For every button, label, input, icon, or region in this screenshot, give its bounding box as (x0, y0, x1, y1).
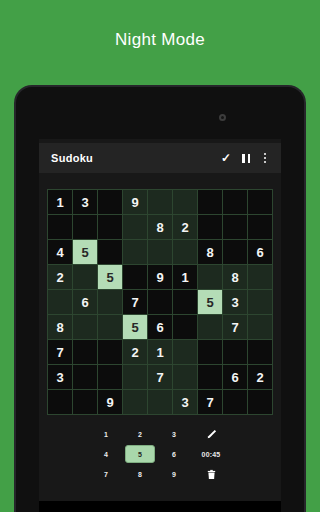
screen-bottom-bar (39, 501, 281, 512)
cell-r8c9[interactable]: 2 (248, 365, 272, 389)
app-bar: Sudoku ✓ (39, 143, 281, 173)
cell-r7c6[interactable] (173, 340, 197, 364)
cell-r8c6[interactable] (173, 365, 197, 389)
cell-r9c9[interactable] (248, 390, 272, 414)
cell-r7c2[interactable] (73, 340, 97, 364)
numpad-1[interactable]: 1 (91, 425, 121, 443)
cell-r7c5[interactable]: 1 (148, 340, 172, 364)
cell-r9c5[interactable] (148, 390, 172, 414)
cell-r6c9[interactable] (248, 315, 272, 339)
page-title: Night Mode (0, 30, 320, 50)
cell-r2c5[interactable]: 8 (148, 215, 172, 239)
cell-r1c2[interactable]: 3 (73, 190, 97, 214)
cell-r6c4[interactable]: 5 (123, 315, 147, 339)
cell-r7c4[interactable]: 2 (123, 340, 147, 364)
cell-r4c1[interactable]: 2 (48, 265, 72, 289)
cell-r3c2[interactable]: 5 (73, 240, 97, 264)
cell-r8c7[interactable] (198, 365, 222, 389)
cell-r3c1[interactable]: 4 (48, 240, 72, 264)
cell-r1c3[interactable] (98, 190, 122, 214)
cell-r3c6[interactable] (173, 240, 197, 264)
cell-r6c1[interactable]: 8 (48, 315, 72, 339)
cell-r5c2[interactable]: 6 (73, 290, 97, 314)
cell-r2c7[interactable] (198, 215, 222, 239)
cell-r4c4[interactable] (123, 265, 147, 289)
cell-r6c2[interactable] (73, 315, 97, 339)
numpad-3[interactable]: 3 (159, 425, 189, 443)
cell-r6c5[interactable]: 6 (148, 315, 172, 339)
cell-r9c4[interactable] (123, 390, 147, 414)
cell-r8c4[interactable] (123, 365, 147, 389)
cell-r4c6[interactable]: 1 (173, 265, 197, 289)
cell-r2c9[interactable] (248, 215, 272, 239)
numpad-7[interactable]: 7 (91, 465, 121, 483)
cell-r9c7[interactable]: 7 (198, 390, 222, 414)
cell-r5c6[interactable] (173, 290, 197, 314)
sudoku-board: 13982458625918675385677213762937 (47, 189, 273, 415)
cell-r1c4[interactable]: 9 (123, 190, 147, 214)
cell-r7c1[interactable]: 7 (48, 340, 72, 364)
cell-r6c8[interactable]: 7 (223, 315, 247, 339)
screenshot-stage: Night Mode Sudoku ✓ 13982458625918675385… (0, 0, 320, 512)
app-title: Sudoku (51, 152, 93, 164)
cell-r3c7[interactable]: 8 (198, 240, 222, 264)
numpad-8[interactable]: 8 (125, 465, 155, 483)
more-vert-icon[interactable] (261, 152, 269, 164)
cell-r6c6[interactable] (173, 315, 197, 339)
cell-r1c8[interactable] (223, 190, 247, 214)
app-bar-actions: ✓ (221, 152, 269, 164)
cell-r5c3[interactable] (98, 290, 122, 314)
cell-r7c8[interactable] (223, 340, 247, 364)
tablet-screen: Sudoku ✓ 1398245862591867538567721376293… (39, 139, 281, 512)
cell-r2c3[interactable] (98, 215, 122, 239)
cell-r4c8[interactable]: 8 (223, 265, 247, 289)
numpad-4[interactable]: 4 (91, 445, 121, 463)
cell-r5c4[interactable]: 7 (123, 290, 147, 314)
cell-r1c6[interactable] (173, 190, 197, 214)
cell-r9c8[interactable] (223, 390, 247, 414)
cell-r9c2[interactable] (73, 390, 97, 414)
cell-r1c9[interactable] (248, 190, 272, 214)
pencil-icon[interactable] (206, 429, 217, 440)
cell-r2c4[interactable] (123, 215, 147, 239)
cell-r6c3[interactable] (98, 315, 122, 339)
cell-r1c7[interactable] (198, 190, 222, 214)
tablet-device: Sudoku ✓ 1398245862591867538567721376293… (14, 85, 306, 512)
numpad-6[interactable]: 6 (159, 445, 189, 463)
cell-r4c2[interactable] (73, 265, 97, 289)
cell-r5c5[interactable] (148, 290, 172, 314)
cell-r1c1[interactable]: 1 (48, 190, 72, 214)
cell-r5c1[interactable] (48, 290, 72, 314)
cell-r8c1[interactable]: 3 (48, 365, 72, 389)
cell-r4c5[interactable]: 9 (148, 265, 172, 289)
tablet-camera (219, 114, 226, 121)
cell-r3c5[interactable] (148, 240, 172, 264)
cell-r5c7[interactable]: 5 (198, 290, 222, 314)
cell-r1c5[interactable] (148, 190, 172, 214)
cell-r8c2[interactable] (73, 365, 97, 389)
trash-icon[interactable] (206, 469, 217, 480)
cell-r4c7[interactable] (198, 265, 222, 289)
cell-r9c1[interactable] (48, 390, 72, 414)
cell-r7c9[interactable] (248, 340, 272, 364)
cell-r9c6[interactable]: 3 (173, 390, 197, 414)
cell-r5c9[interactable] (248, 290, 272, 314)
cell-r3c9[interactable]: 6 (248, 240, 272, 264)
numpad-2[interactable]: 2 (125, 425, 155, 443)
cell-r4c3[interactable]: 5 (98, 265, 122, 289)
cell-r8c5[interactable]: 7 (148, 365, 172, 389)
cell-r3c3[interactable] (98, 240, 122, 264)
cell-r7c3[interactable] (98, 340, 122, 364)
cell-r2c6[interactable]: 2 (173, 215, 197, 239)
cell-r4c9[interactable] (248, 265, 272, 289)
cell-r2c8[interactable] (223, 215, 247, 239)
cell-r8c8[interactable]: 6 (223, 365, 247, 389)
cell-r6c7[interactable] (198, 315, 222, 339)
number-pad: 12345600:45789 (89, 424, 231, 484)
check-icon[interactable]: ✓ (221, 152, 231, 164)
pause-icon[interactable] (242, 154, 250, 163)
cell-r9c3[interactable]: 9 (98, 390, 122, 414)
timer-label: 00:45 (202, 451, 221, 458)
cell-r2c1[interactable] (48, 215, 72, 239)
cell-r7c7[interactable] (198, 340, 222, 364)
numpad-5[interactable]: 5 (125, 445, 155, 463)
cell-r5c8[interactable]: 3 (223, 290, 247, 314)
cell-r3c4[interactable] (123, 240, 147, 264)
cell-r8c3[interactable] (98, 365, 122, 389)
cell-r3c8[interactable] (223, 240, 247, 264)
cell-r2c2[interactable] (73, 215, 97, 239)
numpad-9[interactable]: 9 (159, 465, 189, 483)
